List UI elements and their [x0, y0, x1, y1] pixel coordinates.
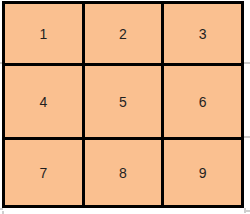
cell-value: 6 — [199, 95, 207, 109]
cell-r3c3[interactable]: 9 — [164, 140, 241, 205]
gridline-tick — [244, 62, 250, 64]
gridline-tick — [0, 62, 2, 64]
cell-value: 4 — [39, 95, 47, 109]
cell-value: 3 — [199, 27, 207, 41]
gridline-tick — [244, 208, 246, 213]
cell-value: 2 — [119, 27, 127, 41]
cell-value: 7 — [39, 166, 47, 180]
canvas: 1 2 3 4 5 6 7 8 9 — [0, 0, 250, 214]
cell-r1c2[interactable]: 2 — [85, 4, 162, 63]
cell-value: 9 — [199, 166, 207, 180]
cell-r3c1[interactable]: 7 — [5, 140, 82, 205]
number-grid-board: 1 2 3 4 5 6 7 8 9 — [2, 1, 244, 208]
cell-r2c2[interactable]: 5 — [85, 66, 162, 137]
cell-r2c3[interactable]: 6 — [164, 66, 241, 137]
cell-r3c2[interactable]: 8 — [85, 140, 162, 205]
gridline-tick — [244, 136, 250, 138]
cell-value: 8 — [119, 166, 127, 180]
cell-value: 1 — [39, 27, 47, 41]
gridline-tick — [2, 211, 4, 214]
cell-value: 5 — [119, 95, 127, 109]
gridline-tick — [0, 208, 3, 210]
cell-r1c3[interactable]: 3 — [164, 4, 241, 63]
cell-r2c1[interactable]: 4 — [5, 66, 82, 137]
cell-r1c1[interactable]: 1 — [5, 4, 82, 63]
